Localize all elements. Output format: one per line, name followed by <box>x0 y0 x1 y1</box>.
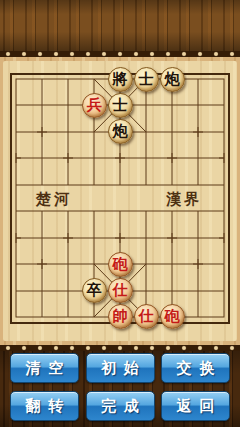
piece-advisor-black[interactable]: 士 <box>134 67 159 92</box>
piece-cannon-black[interactable]: 炮 <box>108 119 133 144</box>
piece-advisor-red[interactable]: 仕 <box>108 278 133 303</box>
button-bar: 清空 初始 交换 翻转 完成 返回 <box>0 353 240 421</box>
button-row-2: 翻转 完成 返回 <box>10 391 230 421</box>
button-row-1: 清空 初始 交换 <box>10 353 230 383</box>
clear-button[interactable]: 清空 <box>10 353 79 383</box>
back-button[interactable]: 返回 <box>161 391 230 421</box>
done-button[interactable]: 完成 <box>86 391 155 421</box>
xiangqi-app-screen: 楚河 漢界 將士炮兵士炮砲卒仕帥仕砲 清空 初始 交换 翻转 完成 返回 <box>0 0 240 427</box>
piece-general-red[interactable]: 帥 <box>108 304 133 329</box>
flip-button[interactable]: 翻转 <box>10 391 79 421</box>
piece-soldier-black[interactable]: 卒 <box>82 278 107 303</box>
initial-button[interactable]: 初始 <box>86 353 155 383</box>
swap-button[interactable]: 交换 <box>161 353 230 383</box>
piece-advisor-black[interactable]: 士 <box>108 93 133 118</box>
piece-advisor-red[interactable]: 仕 <box>134 304 159 329</box>
piece-cannon-red[interactable]: 砲 <box>160 304 185 329</box>
piece-soldier-red[interactable]: 兵 <box>82 93 107 118</box>
piece-cannon-red[interactable]: 砲 <box>108 252 133 277</box>
piece-cannon-black[interactable]: 炮 <box>160 67 185 92</box>
piece-general-black[interactable]: 將 <box>108 67 133 92</box>
